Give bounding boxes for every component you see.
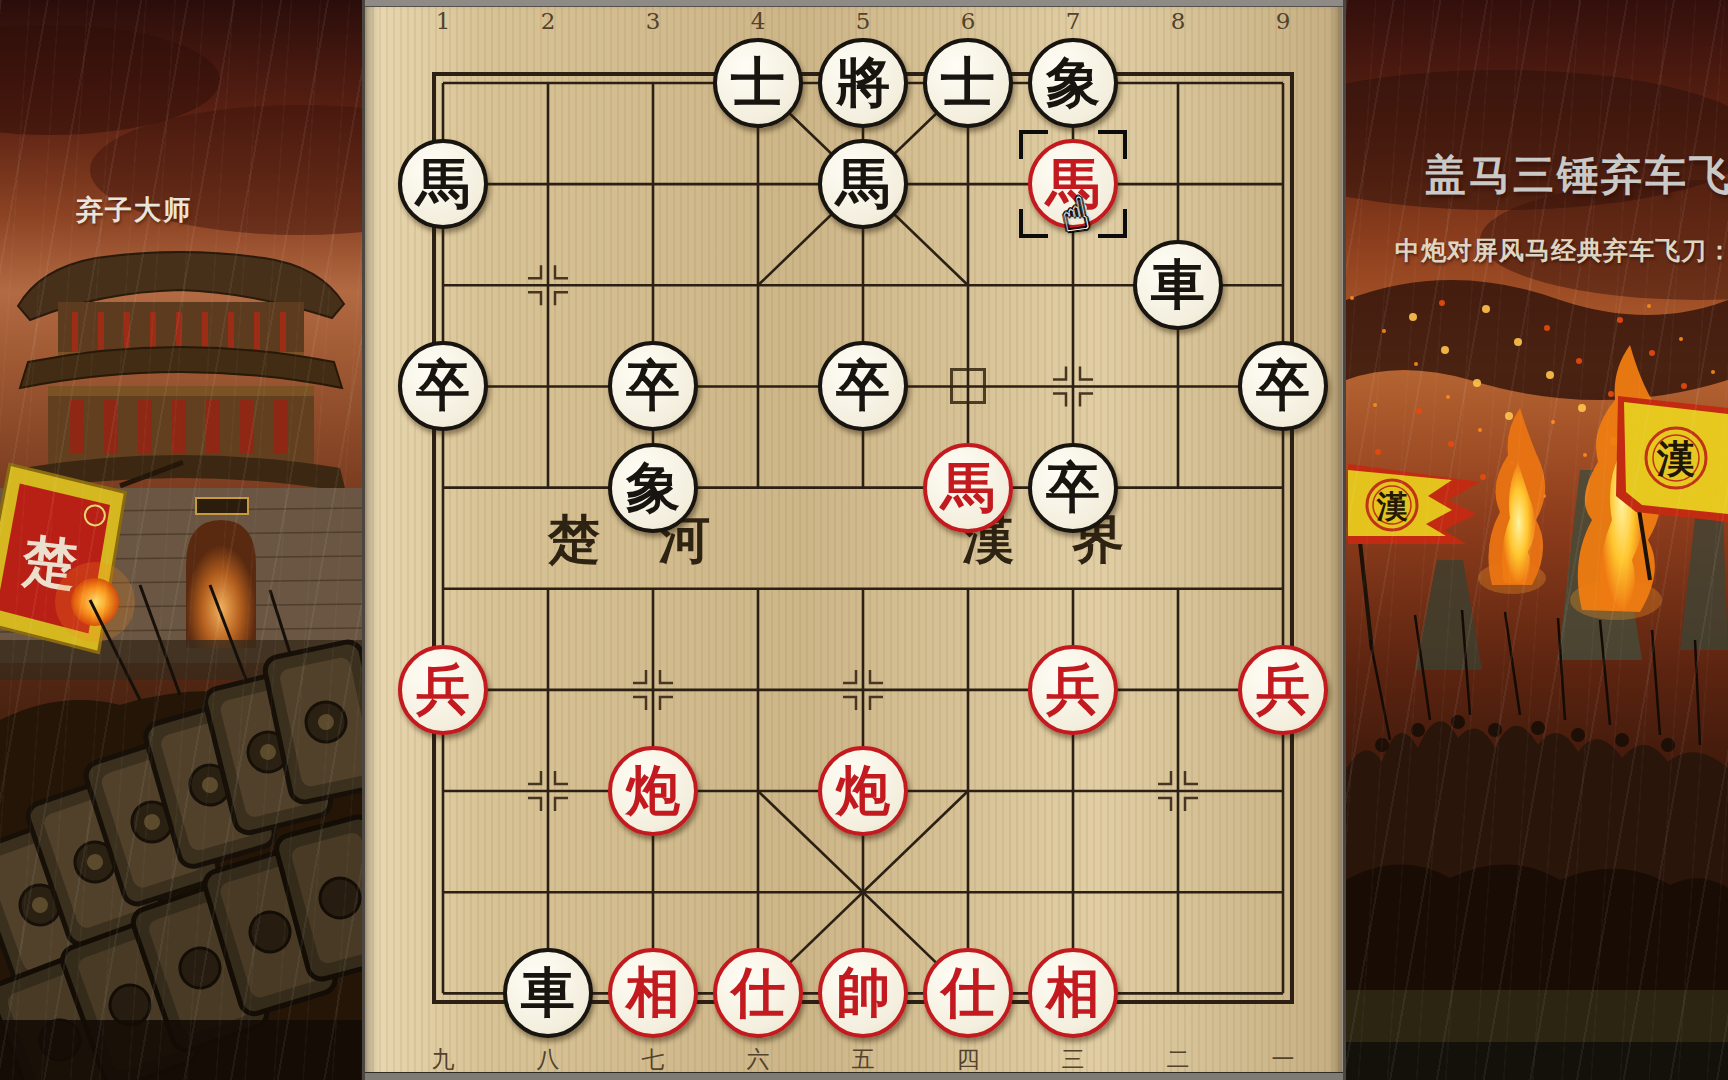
piece-glyph: 兵 <box>416 662 470 716</box>
file-label-bottom-8: 二 <box>1158 1045 1198 1073</box>
gate-tower <box>16 252 346 492</box>
background-left-battle-scene: 楚 <box>0 0 362 1080</box>
file-label-bottom-4: 六 <box>738 1045 778 1073</box>
watermark-text: 弃子大师 <box>76 192 192 228</box>
file-label-top-3: 3 <box>633 7 673 35</box>
piece-red-soldier[interactable]: 兵 <box>1238 645 1328 735</box>
piece-glyph: 卒 <box>836 358 890 412</box>
piece-glyph: 卒 <box>416 358 470 412</box>
piece-black-elephant[interactable]: 象 <box>1028 38 1118 128</box>
file-label-bottom-3: 七 <box>633 1045 673 1073</box>
piece-glyph: 將 <box>836 55 890 109</box>
piece-black-soldier[interactable]: 卒 <box>398 341 488 431</box>
video-title: 盖马三锤弃车飞刀 <box>1425 148 1728 203</box>
piece-black-chariot[interactable]: 車 <box>503 948 593 1038</box>
file-label-top-5: 5 <box>843 7 883 35</box>
file-label-bottom-1: 九 <box>423 1045 463 1073</box>
piece-red-soldier[interactable]: 兵 <box>398 645 488 735</box>
gate-tower-art: 楚 <box>0 0 362 1080</box>
video-subtitle: 中炮对屏风马经典弃车飞刀：步步 <box>1395 234 1728 267</box>
move-from-marker <box>950 368 986 404</box>
piece-black-chariot[interactable]: 車 <box>1133 240 1223 330</box>
piece-glyph: 炮 <box>836 763 890 817</box>
piece-glyph: 卒 <box>626 358 680 412</box>
file-label-top-9: 9 <box>1263 7 1303 35</box>
piece-black-elephant[interactable]: 象 <box>608 443 698 533</box>
piece-red-horse[interactable]: 馬 <box>923 443 1013 533</box>
piece-glyph: 士 <box>941 55 995 109</box>
piece-glyph: 馬 <box>416 156 470 210</box>
svg-text:漢: 漢 <box>1376 488 1409 524</box>
piece-glyph: 馬 <box>941 460 995 514</box>
piece-glyph: 相 <box>1046 965 1100 1019</box>
piece-red-soldier[interactable]: 兵 <box>1028 645 1118 735</box>
piece-glyph: 象 <box>626 460 680 514</box>
piece-glyph: 帥 <box>836 965 890 1019</box>
piece-glyph: 兵 <box>1046 662 1100 716</box>
piece-glyph: 車 <box>521 965 575 1019</box>
piece-red-cannon[interactable]: 炮 <box>608 746 698 836</box>
file-label-top-7: 7 <box>1053 7 1093 35</box>
piece-black-horse[interactable]: 馬 <box>818 139 908 229</box>
piece-red-advisor[interactable]: 仕 <box>923 948 1013 1038</box>
piece-red-elephant[interactable]: 相 <box>608 948 698 1038</box>
piece-glyph: 卒 <box>1256 358 1310 412</box>
piece-black-soldier[interactable]: 卒 <box>818 341 908 431</box>
piece-black-advisor[interactable]: 士 <box>923 38 1013 128</box>
xiangqi-app: 楚 <box>0 0 1728 1080</box>
piece-red-elephant[interactable]: 相 <box>1028 948 1118 1038</box>
piece-glyph: 相 <box>626 965 680 1019</box>
piece-glyph: 象 <box>1046 55 1100 109</box>
file-label-top-6: 6 <box>948 7 988 35</box>
file-label-top-1: 1 <box>423 7 463 35</box>
piece-glyph: 炮 <box>626 763 680 817</box>
piece-glyph: 仕 <box>941 965 995 1019</box>
piece-black-soldier[interactable]: 卒 <box>608 341 698 431</box>
file-label-bottom-6: 四 <box>948 1045 988 1073</box>
piece-glyph: 車 <box>1151 257 1205 311</box>
svg-text:漢: 漢 <box>1656 436 1695 481</box>
piece-glyph: 卒 <box>1046 460 1100 514</box>
file-label-top-4: 4 <box>738 7 778 35</box>
file-label-top-2: 2 <box>528 7 568 35</box>
file-label-bottom-7: 三 <box>1053 1045 1093 1073</box>
file-label-bottom-9: 一 <box>1263 1045 1303 1073</box>
piece-glyph: 仕 <box>731 965 785 1019</box>
piece-glyph: 馬 <box>836 156 890 210</box>
piece-red-advisor[interactable]: 仕 <box>713 948 803 1038</box>
piece-glyph: 士 <box>731 55 785 109</box>
piece-black-king[interactable]: 將 <box>818 38 908 128</box>
piece-black-soldier[interactable]: 卒 <box>1238 341 1328 431</box>
piece-black-advisor[interactable]: 士 <box>713 38 803 128</box>
piece-red-cannon[interactable]: 炮 <box>818 746 908 836</box>
file-label-top-8: 8 <box>1158 7 1198 35</box>
file-label-bottom-2: 八 <box>528 1045 568 1073</box>
piece-black-horse[interactable]: 馬 <box>398 139 488 229</box>
piece-glyph: 兵 <box>1256 662 1310 716</box>
piece-red-king[interactable]: 帥 <box>818 948 908 1038</box>
piece-black-soldier[interactable]: 卒 <box>1028 443 1118 533</box>
file-label-bottom-5: 五 <box>843 1045 883 1073</box>
